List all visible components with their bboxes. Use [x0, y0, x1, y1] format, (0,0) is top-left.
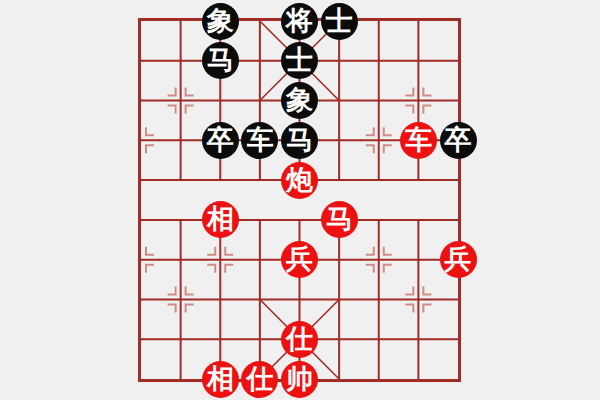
piece-black-advisor[interactable]: 士: [281, 42, 318, 79]
piece-black-soldier[interactable]: 卒: [202, 122, 239, 159]
piece-black-advisor[interactable]: 士: [321, 3, 358, 40]
piece-black-elephant[interactable]: 象: [281, 82, 318, 119]
piece-red-advisor[interactable]: 仕: [241, 361, 278, 398]
piece-black-general[interactable]: 将: [281, 3, 318, 40]
piece-red-elephant[interactable]: 相: [202, 361, 239, 398]
pieces-layer: 象将士马士象卒车马卒车炮相马兵兵仕相仕帅: [0, 0, 600, 400]
piece-red-horse[interactable]: 马: [321, 201, 358, 238]
piece-red-cannon[interactable]: 炮: [281, 162, 318, 199]
piece-red-soldier[interactable]: 兵: [440, 241, 477, 278]
piece-black-soldier[interactable]: 卒: [440, 122, 477, 159]
piece-black-horse[interactable]: 马: [202, 42, 239, 79]
piece-black-horse[interactable]: 马: [281, 122, 318, 159]
piece-black-elephant[interactable]: 象: [202, 3, 239, 40]
piece-red-chariot[interactable]: 车: [400, 122, 437, 159]
piece-red-elephant[interactable]: 相: [202, 201, 239, 238]
piece-red-general[interactable]: 帅: [281, 361, 318, 398]
xiangqi-board: 象将士马士象卒车马卒车炮相马兵兵仕相仕帅: [0, 0, 600, 400]
piece-red-advisor[interactable]: 仕: [281, 321, 318, 358]
piece-red-soldier[interactable]: 兵: [281, 241, 318, 278]
piece-black-chariot[interactable]: 车: [241, 122, 278, 159]
